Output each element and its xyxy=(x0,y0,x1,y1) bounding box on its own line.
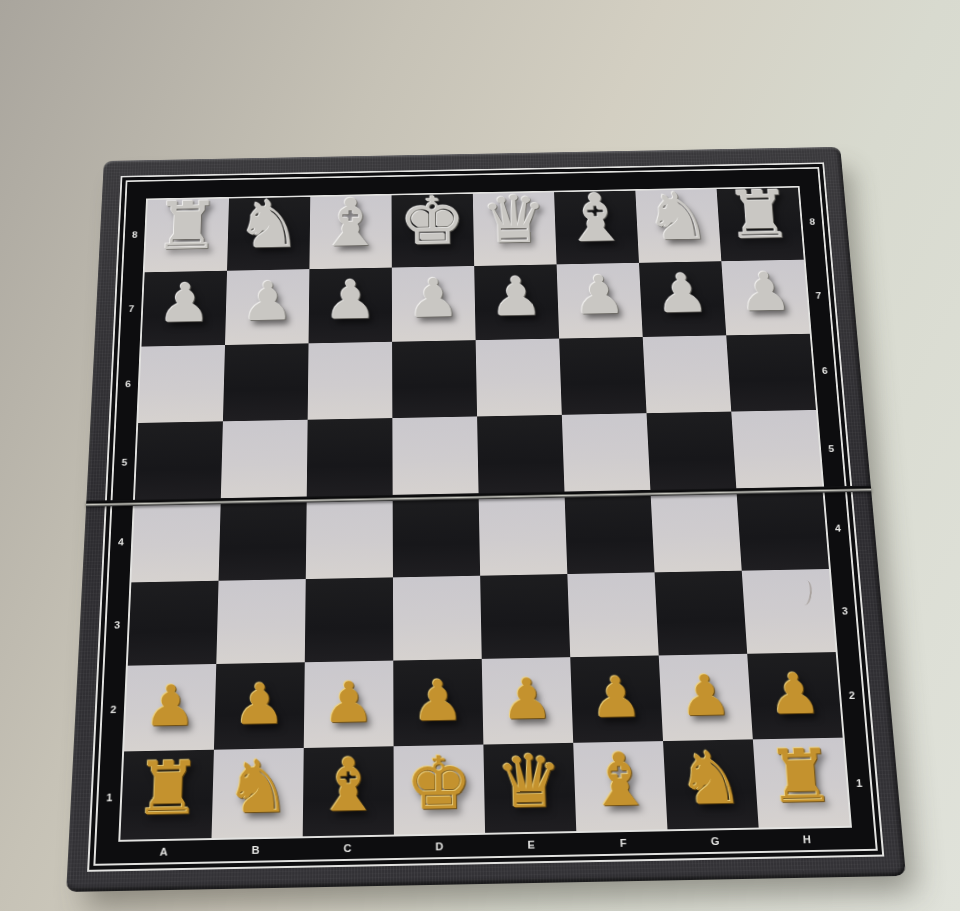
square-e8[interactable]: ♛ xyxy=(473,192,557,266)
square-f1[interactable]: ♝ xyxy=(573,741,667,831)
silver-rook-icon: ♜ xyxy=(153,192,222,259)
square-h3[interactable] xyxy=(742,569,836,654)
square-g5[interactable] xyxy=(647,412,737,492)
silver-pawn-icon: ♟ xyxy=(324,273,378,327)
gold-pawn-icon: ♟ xyxy=(766,665,822,722)
square-e6[interactable] xyxy=(476,339,562,417)
square-g3[interactable] xyxy=(655,571,748,656)
square-h8[interactable]: ♜ xyxy=(717,188,804,262)
square-f5[interactable] xyxy=(562,413,651,493)
gold-rook-icon: ♜ xyxy=(765,740,837,814)
square-d5[interactable] xyxy=(392,416,478,496)
gold-pawn-icon: ♟ xyxy=(412,672,465,729)
file-label-h: H xyxy=(760,828,853,851)
square-b3[interactable] xyxy=(216,579,305,664)
silver-bishop-icon: ♝ xyxy=(317,189,384,256)
file-label-d: D xyxy=(393,835,485,858)
square-g1[interactable]: ♞ xyxy=(663,739,759,829)
square-b6[interactable] xyxy=(223,343,309,421)
square-a4[interactable] xyxy=(131,500,220,583)
square-b8[interactable]: ♞ xyxy=(227,197,310,271)
square-c8[interactable]: ♝ xyxy=(309,195,391,269)
square-h7[interactable]: ♟ xyxy=(721,260,809,336)
pencil-scuff-mark xyxy=(798,580,813,606)
gold-pawn-icon: ♟ xyxy=(233,676,286,733)
file-label-c: C xyxy=(301,837,393,860)
file-label-e: E xyxy=(485,833,577,856)
square-d6[interactable] xyxy=(392,340,477,418)
square-e2[interactable]: ♟ xyxy=(482,657,573,744)
square-h5[interactable] xyxy=(731,410,822,490)
square-c7[interactable]: ♟ xyxy=(309,268,393,344)
square-d1[interactable]: ♚ xyxy=(394,745,486,835)
gold-bishop-icon: ♝ xyxy=(585,743,655,817)
silver-pawn-icon: ♟ xyxy=(736,265,793,319)
gold-knight-icon: ♞ xyxy=(675,741,746,815)
file-label-f: F xyxy=(577,831,670,854)
gold-king-icon: ♚ xyxy=(405,747,473,821)
square-e4[interactable] xyxy=(479,493,568,575)
silver-king-icon: ♚ xyxy=(399,188,467,255)
square-a3[interactable] xyxy=(128,581,219,666)
playing-area-border: ♜♞♝♚♛♝♞♜♟♟♟♟♟♟♟♟♟♟♟♟♟♟♟♟♜♞♝♚♛♝♞♜ xyxy=(118,186,852,842)
square-e5[interactable] xyxy=(477,415,564,495)
square-d3[interactable] xyxy=(393,576,482,661)
square-a8[interactable]: ♜ xyxy=(145,198,229,272)
gold-pawn-icon: ♟ xyxy=(589,669,643,726)
square-a5[interactable] xyxy=(135,421,223,501)
silver-pawn-icon: ♟ xyxy=(240,275,294,329)
gold-pawn-icon: ♟ xyxy=(323,674,375,731)
square-b5[interactable] xyxy=(221,420,308,500)
square-d7[interactable]: ♟ xyxy=(392,266,476,342)
square-f4[interactable] xyxy=(565,492,655,574)
gold-pawn-icon: ♟ xyxy=(500,670,554,727)
square-h1[interactable]: ♜ xyxy=(753,738,850,828)
square-c5[interactable] xyxy=(307,418,393,498)
file-label-a: A xyxy=(117,840,210,863)
file-label-b: B xyxy=(209,838,301,861)
silver-bishop-icon: ♝ xyxy=(561,185,631,252)
square-a7[interactable]: ♟ xyxy=(141,271,227,347)
square-f2[interactable]: ♟ xyxy=(570,655,663,742)
square-c4[interactable] xyxy=(306,497,393,579)
file-label-g: G xyxy=(669,829,762,852)
silver-knight-icon: ♞ xyxy=(235,191,303,258)
square-b1[interactable]: ♞ xyxy=(212,748,304,838)
silver-pawn-icon: ♟ xyxy=(157,277,212,331)
silver-knight-icon: ♞ xyxy=(642,183,713,250)
square-e7[interactable]: ♟ xyxy=(474,264,559,340)
gold-bishop-icon: ♝ xyxy=(315,748,382,822)
square-e3[interactable] xyxy=(480,574,570,659)
square-f8[interactable]: ♝ xyxy=(554,191,639,265)
square-g8[interactable]: ♞ xyxy=(635,189,721,263)
silver-pawn-icon: ♟ xyxy=(571,269,627,323)
gold-rook-icon: ♜ xyxy=(133,752,203,826)
silver-pawn-icon: ♟ xyxy=(654,267,710,321)
square-c3[interactable] xyxy=(305,577,393,662)
table-background: 87654321 ♜♞♝♚♛♝♞♜♟♟♟♟♟♟♟♟♟♟♟♟♟♟♟♟♜♞♝♚♛♝♞… xyxy=(0,0,960,911)
square-f3[interactable] xyxy=(567,572,658,657)
square-h2[interactable]: ♟ xyxy=(747,652,842,739)
square-c2[interactable]: ♟ xyxy=(304,661,394,748)
square-f6[interactable] xyxy=(559,337,646,415)
square-b2[interactable]: ♟ xyxy=(214,662,305,749)
square-d2[interactable]: ♟ xyxy=(393,659,483,746)
square-b4[interactable] xyxy=(219,498,307,580)
square-g7[interactable]: ♟ xyxy=(639,261,726,337)
square-c6[interactable] xyxy=(308,342,393,420)
board-frame: 87654321 ♜♞♝♚♛♝♞♜♟♟♟♟♟♟♟♟♟♟♟♟♟♟♟♟♜♞♝♚♛♝♞… xyxy=(66,147,906,892)
square-g2[interactable]: ♟ xyxy=(659,654,753,741)
square-e1[interactable]: ♛ xyxy=(483,743,576,833)
board-perspective-wrapper: 87654321 ♜♞♝♚♛♝♞♜♟♟♟♟♟♟♟♟♟♟♟♟♟♟♟♟♜♞♝♚♛♝♞… xyxy=(66,147,906,892)
square-b7[interactable]: ♟ xyxy=(225,269,309,345)
board-grid: ♜♞♝♚♛♝♞♜♟♟♟♟♟♟♟♟♟♟♟♟♟♟♟♟♜♞♝♚♛♝♞♜ xyxy=(120,188,850,840)
silver-pawn-icon: ♟ xyxy=(489,270,544,324)
square-g6[interactable] xyxy=(643,335,732,413)
square-d4[interactable] xyxy=(393,495,480,577)
square-g4[interactable] xyxy=(650,490,741,572)
inner-pinstripe: 87654321 ♜♞♝♚♛♝♞♜♟♟♟♟♟♟♟♟♟♟♟♟♟♟♟♟♜♞♝♚♛♝♞… xyxy=(93,167,877,866)
silver-pawn-icon: ♟ xyxy=(407,272,461,326)
square-f7[interactable]: ♟ xyxy=(557,263,643,339)
square-h6[interactable] xyxy=(726,334,816,412)
square-a1[interactable]: ♜ xyxy=(120,750,214,840)
square-h4[interactable] xyxy=(736,488,829,570)
square-a6[interactable] xyxy=(138,345,225,423)
square-d8[interactable]: ♚ xyxy=(392,194,475,268)
gold-pawn-icon: ♟ xyxy=(678,667,733,724)
square-c1[interactable]: ♝ xyxy=(303,746,394,836)
square-a2[interactable]: ♟ xyxy=(124,664,216,751)
gold-pawn-icon: ♟ xyxy=(143,677,197,734)
coordinate-layout: 87654321 ♜♞♝♚♛♝♞♜♟♟♟♟♟♟♟♟♟♟♟♟♟♟♟♟♜♞♝♚♛♝♞… xyxy=(95,169,875,864)
outer-pinstripe: 87654321 ♜♞♝♚♛♝♞♜♟♟♟♟♟♟♟♟♟♟♟♟♟♟♟♟♜♞♝♚♛♝♞… xyxy=(87,162,884,871)
silver-rook-icon: ♜ xyxy=(724,182,796,249)
silver-queen-icon: ♛ xyxy=(480,186,549,253)
board-tilt-wrapper: 87654321 ♜♞♝♚♛♝♞♜♟♟♟♟♟♟♟♟♟♟♟♟♟♟♟♟♜♞♝♚♛♝♞… xyxy=(50,36,906,892)
gold-knight-icon: ♞ xyxy=(224,750,292,824)
gold-queen-icon: ♛ xyxy=(495,745,564,819)
